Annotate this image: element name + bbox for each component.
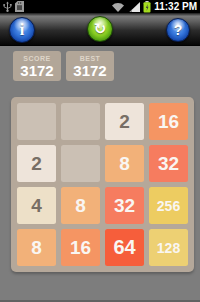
status-right-icons: 11:32 PM: [112, 0, 197, 13]
wifi-icon: [112, 2, 124, 12]
grid-cell-r1c3: 2: [105, 103, 144, 140]
info-button[interactable]: i: [9, 17, 35, 43]
status-bar: 11:32 PM: [0, 0, 200, 13]
grid-cell-r2c1: 2: [17, 145, 56, 182]
best-value: 3172: [73, 63, 106, 78]
grid-cell-r4c4: 128: [149, 229, 188, 266]
grid-cell-r1c1: [17, 103, 56, 140]
grid-cell-r4c3: 64: [105, 229, 144, 266]
score-box: SCORE 3172: [13, 51, 61, 81]
question-icon: ?: [174, 22, 183, 38]
grid-cell-r1c2: [61, 103, 100, 140]
grid-cell-r3c3: 32: [105, 187, 144, 224]
status-clock: 11:32 PM: [154, 0, 197, 13]
restart-button[interactable]: ↻: [87, 16, 113, 42]
usb-icon: [3, 1, 12, 12]
grid-cell-r3c2: 8: [61, 187, 100, 224]
grid-cell-r2c3: 8: [105, 145, 144, 182]
best-box: BEST 3172: [66, 51, 114, 81]
score-value: 3172: [20, 63, 53, 78]
grid-cell-r2c4: 32: [149, 145, 188, 182]
grid-cell-r1c4: 16: [149, 103, 188, 140]
grid-cell-r2c2: [61, 145, 100, 182]
grid-cell-r4c1: 8: [17, 229, 56, 266]
help-button[interactable]: ?: [166, 18, 190, 42]
grid-cell-r3c1: 4: [17, 187, 56, 224]
app-screen: 11:32 PM i ↻ ? SCORE 3172 BEST 3172 2 16…: [0, 0, 200, 302]
grid-cell-r3c4: 256: [149, 187, 188, 224]
status-left-icons: [3, 1, 24, 12]
refresh-icon: ↻: [94, 20, 107, 38]
grid-cell-r4c2: 16: [61, 229, 100, 266]
score-label: SCORE: [23, 55, 50, 62]
battery-icon: [143, 1, 151, 13]
info-icon: i: [20, 21, 24, 39]
game-board[interactable]: 2 16 2 8 32 4 8 32 256 8 16 64 128: [11, 97, 194, 272]
toolbar: i ↻ ?: [0, 13, 200, 46]
signal-icon: [127, 2, 140, 12]
sdcard-icon: [15, 1, 24, 12]
best-label: BEST: [80, 55, 101, 62]
